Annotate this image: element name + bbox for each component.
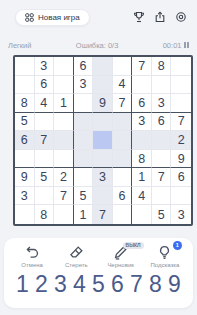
cell-r3c5[interactable]: 9 xyxy=(93,94,113,113)
cell-r8c9[interactable] xyxy=(171,187,191,206)
cell-r4c6[interactable] xyxy=(113,113,133,132)
undo-icon xyxy=(25,245,40,260)
status-bar: Легкий Ошибка: 0/3 00:01 xyxy=(8,40,189,50)
header-icons xyxy=(133,11,187,23)
cell-r9c8[interactable]: 5 xyxy=(152,205,172,224)
cell-r6c6[interactable] xyxy=(113,150,133,169)
grid-icon xyxy=(25,13,34,22)
header: Новая игра xyxy=(0,9,197,27)
cell-r4c9[interactable]: 7 xyxy=(171,113,191,132)
cell-r1c4[interactable]: 6 xyxy=(74,57,94,76)
cell-r5c5[interactable] xyxy=(93,131,113,150)
difficulty-label: Легкий xyxy=(8,41,32,50)
cell-r1c5[interactable] xyxy=(93,57,113,76)
hint-button[interactable]: 1 Подсказка xyxy=(146,245,184,268)
hint-label: Подсказка xyxy=(150,262,179,268)
cell-r6c8[interactable] xyxy=(152,150,172,169)
cell-r5c3[interactable] xyxy=(54,131,74,150)
eraser-icon xyxy=(69,245,84,260)
erase-button[interactable]: Стереть xyxy=(57,245,95,268)
cell-r3c4[interactable] xyxy=(74,94,94,113)
draft-button[interactable]: ВЫКЛ Черновик xyxy=(102,245,140,268)
cell-r4c3[interactable] xyxy=(54,113,74,132)
cell-r8c7[interactable]: 4 xyxy=(132,187,152,206)
cell-r7c5[interactable]: 3 xyxy=(93,168,113,187)
cell-r2c3[interactable] xyxy=(54,76,74,95)
numpad-2[interactable]: 2 xyxy=(33,270,50,298)
pause-button[interactable] xyxy=(184,42,189,48)
new-game-button[interactable]: Новая игра xyxy=(15,9,90,26)
cell-r6c9[interactable]: 9 xyxy=(171,150,191,169)
cell-r6c3[interactable] xyxy=(54,150,74,169)
cell-r9c7[interactable] xyxy=(132,205,152,224)
cell-r3c8[interactable]: 3 xyxy=(152,94,172,113)
cell-r3c7[interactable]: 6 xyxy=(132,94,152,113)
sudoku-board: 3678634841976353676728995231763756481753 xyxy=(13,55,193,226)
cell-r1c6[interactable] xyxy=(113,57,133,76)
cell-r1c8[interactable]: 8 xyxy=(152,57,172,76)
cell-r1c3[interactable] xyxy=(54,57,74,76)
settings-icon[interactable] xyxy=(175,11,187,23)
cell-r4c5[interactable] xyxy=(93,113,113,132)
cell-r5c6[interactable] xyxy=(113,131,133,150)
cell-r2c1[interactable] xyxy=(15,76,35,95)
cell-r5c9[interactable]: 2 xyxy=(171,131,191,150)
cell-r2c2[interactable]: 6 xyxy=(35,76,55,95)
cell-r7c9[interactable]: 6 xyxy=(171,168,191,187)
cell-r6c4[interactable] xyxy=(74,150,94,169)
cell-r4c1[interactable]: 5 xyxy=(15,113,35,132)
cell-r5c4[interactable] xyxy=(74,131,94,150)
hint-count-badge: 1 xyxy=(173,241,182,250)
cell-r7c4[interactable] xyxy=(74,168,94,187)
cell-r2c7[interactable] xyxy=(132,76,152,95)
cell-r8c3[interactable]: 7 xyxy=(54,187,74,206)
cell-r3c6[interactable]: 7 xyxy=(113,94,133,113)
cell-r4c2[interactable] xyxy=(35,113,55,132)
cell-r2c6[interactable]: 4 xyxy=(113,76,133,95)
lightbulb-icon xyxy=(157,245,172,260)
cell-r3c2[interactable]: 4 xyxy=(35,94,55,113)
cell-r7c6[interactable] xyxy=(113,168,133,187)
action-buttons: Отмена Стереть ВЫКЛ Черновик 1 xyxy=(4,238,193,268)
cell-r1c2[interactable]: 3 xyxy=(35,57,55,76)
draft-off-badge: ВЫКЛ xyxy=(123,242,144,249)
cell-r7c8[interactable]: 7 xyxy=(152,168,172,187)
cell-r9c4[interactable]: 1 xyxy=(74,205,94,224)
cell-r6c1[interactable] xyxy=(15,150,35,169)
cell-r2c5[interactable] xyxy=(93,76,113,95)
cell-r5c7[interactable] xyxy=(132,131,152,150)
cell-r4c8[interactable]: 6 xyxy=(152,113,172,132)
cell-r1c1[interactable] xyxy=(15,57,35,76)
numpad-4[interactable]: 4 xyxy=(71,270,88,298)
numpad-8[interactable]: 8 xyxy=(147,270,164,298)
cell-r8c2[interactable] xyxy=(35,187,55,206)
cell-r7c3[interactable]: 2 xyxy=(54,168,74,187)
numpad: 123456789 xyxy=(4,268,193,298)
cell-r2c4[interactable]: 3 xyxy=(74,76,94,95)
new-game-label: Новая игра xyxy=(38,13,80,22)
cell-r6c5[interactable] xyxy=(93,150,113,169)
cell-r3c1[interactable]: 8 xyxy=(15,94,35,113)
numpad-7[interactable]: 7 xyxy=(128,270,145,298)
numpad-9[interactable]: 9 xyxy=(166,270,183,298)
trophy-icon[interactable] xyxy=(133,11,145,23)
cell-r2c8[interactable] xyxy=(152,76,172,95)
cell-r4c7[interactable]: 3 xyxy=(132,113,152,132)
timer: 00:01 xyxy=(163,41,189,50)
cell-r7c7[interactable]: 1 xyxy=(132,168,152,187)
draft-label: Черновик xyxy=(107,262,134,268)
cell-r9c9[interactable]: 3 xyxy=(171,205,191,224)
erase-label: Стереть xyxy=(65,262,88,268)
cell-r7c2[interactable]: 5 xyxy=(35,168,55,187)
cell-r6c2[interactable] xyxy=(35,150,55,169)
cell-r4c4[interactable] xyxy=(74,113,94,132)
cell-r3c9[interactable] xyxy=(171,94,191,113)
cell-r5c1[interactable]: 6 xyxy=(15,131,35,150)
cell-r7c1[interactable]: 9 xyxy=(15,168,35,187)
cell-r8c6[interactable]: 6 xyxy=(113,187,133,206)
mistakes-counter: Ошибка: 0/3 xyxy=(76,41,119,50)
cell-r8c1[interactable]: 3 xyxy=(15,187,35,206)
cell-r2c9[interactable] xyxy=(171,76,191,95)
cell-r9c2[interactable]: 8 xyxy=(35,205,55,224)
cell-r6c7[interactable]: 8 xyxy=(132,150,152,169)
numpad-6[interactable]: 6 xyxy=(109,270,126,298)
cell-r1c9[interactable] xyxy=(171,57,191,76)
cell-r9c3[interactable] xyxy=(54,205,74,224)
cell-r9c6[interactable] xyxy=(113,205,133,224)
cell-r5c8[interactable] xyxy=(152,131,172,150)
cell-r5c2[interactable]: 7 xyxy=(35,131,55,150)
cell-r9c5[interactable]: 7 xyxy=(93,205,113,224)
cell-r1c7[interactable]: 7 xyxy=(132,57,152,76)
bottom-panel: Отмена Стереть ВЫКЛ Черновик 1 xyxy=(4,238,193,308)
share-icon[interactable] xyxy=(154,11,166,23)
numpad-5[interactable]: 5 xyxy=(90,270,107,298)
sudoku-app: Новая игра Легкий Ошибка: 0/3 00:01 xyxy=(0,0,197,315)
numpad-1[interactable]: 1 xyxy=(14,270,31,298)
cell-r8c8[interactable] xyxy=(152,187,172,206)
cell-r8c5[interactable] xyxy=(93,187,113,206)
cell-r3c3[interactable]: 1 xyxy=(54,94,74,113)
cell-r8c4[interactable]: 5 xyxy=(74,187,94,206)
timer-value: 00:01 xyxy=(163,41,182,50)
undo-button[interactable]: Отмена xyxy=(13,245,51,268)
cell-r9c1[interactable] xyxy=(15,205,35,224)
undo-label: Отмена xyxy=(21,262,43,268)
numpad-3[interactable]: 3 xyxy=(52,270,69,298)
